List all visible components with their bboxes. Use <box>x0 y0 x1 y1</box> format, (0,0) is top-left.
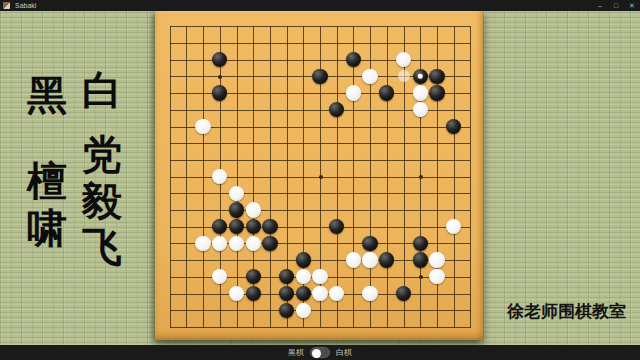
white-stone <box>413 102 428 117</box>
maximize-icon[interactable]: □ <box>608 0 624 11</box>
white-stone <box>229 286 244 301</box>
last-move-marker <box>418 74 422 78</box>
go-board[interactable] <box>155 11 483 340</box>
white-stone <box>429 269 444 284</box>
black-stone <box>229 219 244 234</box>
turn-toggle[interactable] <box>310 347 330 358</box>
grid-line-horizontal <box>170 327 472 328</box>
black-stone <box>296 252 311 267</box>
black-stone <box>212 219 227 234</box>
title-bar: Sabaki – □ ✕ <box>0 0 640 11</box>
grid-line-vertical <box>454 26 455 328</box>
black-stone <box>279 303 294 318</box>
black-stone <box>413 236 428 251</box>
white-stone <box>212 269 227 284</box>
black-stone <box>262 219 277 234</box>
white-stone <box>195 119 210 134</box>
white-stone <box>329 286 344 301</box>
black-stone <box>262 236 277 251</box>
white-stone <box>312 286 327 301</box>
black-turn-label: 黑棋 <box>288 345 304 360</box>
black-stone <box>296 286 311 301</box>
black-player-name-char: 啸 <box>25 206 69 250</box>
black-stone <box>429 69 444 84</box>
black-stone <box>279 269 294 284</box>
black-stone <box>212 85 227 100</box>
white-player-name-char: 党 <box>80 132 124 176</box>
black-stone <box>379 252 394 267</box>
white-stone <box>296 303 311 318</box>
turn-bar: 黑棋 白棋 <box>0 345 640 360</box>
white-stone <box>229 236 244 251</box>
black-stone <box>329 102 344 117</box>
grid-line-vertical <box>337 26 338 328</box>
minimize-icon[interactable]: – <box>592 0 608 11</box>
black-stone <box>212 52 227 67</box>
white-player-name-char: 飞 <box>80 225 124 269</box>
white-stone <box>296 269 311 284</box>
white-player-name-char: 毅 <box>80 179 124 223</box>
star-point <box>319 175 323 179</box>
black-stone <box>229 202 244 217</box>
white-stone <box>429 252 444 267</box>
white-stone <box>346 252 361 267</box>
white-stone <box>396 52 411 67</box>
white-stone <box>413 85 428 100</box>
black-stone <box>279 286 294 301</box>
white-stone <box>346 85 361 100</box>
sabaki-app-icon <box>3 2 10 9</box>
grid-line-vertical <box>470 26 471 328</box>
white-stone <box>212 169 227 184</box>
grid-line-horizontal <box>170 210 472 211</box>
black-stone <box>362 236 377 251</box>
turn-toggle-knob <box>312 349 321 358</box>
watermark-text: 徐老师围棋教室 <box>507 300 626 323</box>
black-stone <box>246 269 261 284</box>
black-stone <box>429 85 444 100</box>
white-stone <box>212 236 227 251</box>
grid-line-vertical <box>387 26 388 328</box>
black-stone <box>446 119 461 134</box>
close-icon[interactable]: ✕ <box>624 0 640 11</box>
app-window: Sabaki – □ ✕ 黑檀啸白党毅飞 徐老师围棋教室 黑棋 白棋 <box>0 0 640 360</box>
white-stone <box>362 69 377 84</box>
grid-line-vertical <box>353 26 354 328</box>
black-color-label: 黑 <box>25 73 69 117</box>
white-stone <box>312 269 327 284</box>
window-controls: – □ ✕ <box>592 0 640 11</box>
black-stone <box>246 219 261 234</box>
black-stone <box>413 69 428 84</box>
star-point <box>218 75 222 79</box>
black-player-name-char: 檀 <box>25 159 69 203</box>
window-title: Sabaki <box>15 0 36 11</box>
white-stone <box>195 236 210 251</box>
white-stone <box>246 236 261 251</box>
white-stone <box>229 186 244 201</box>
black-stone <box>396 286 411 301</box>
black-stone <box>329 219 344 234</box>
white-stone <box>446 219 461 234</box>
white-color-label: 白 <box>80 68 124 112</box>
grid-line-horizontal <box>170 193 472 194</box>
black-stone <box>379 85 394 100</box>
ghost-stone <box>398 70 410 82</box>
white-stone <box>362 252 377 267</box>
grid-line-horizontal <box>170 310 472 311</box>
star-point <box>419 275 423 279</box>
black-stone <box>246 286 261 301</box>
black-stone <box>346 52 361 67</box>
star-point <box>419 175 423 179</box>
black-stone <box>413 252 428 267</box>
white-turn-label: 白棋 <box>336 345 352 360</box>
white-stone <box>246 202 261 217</box>
white-stone <box>362 286 377 301</box>
black-stone <box>312 69 327 84</box>
